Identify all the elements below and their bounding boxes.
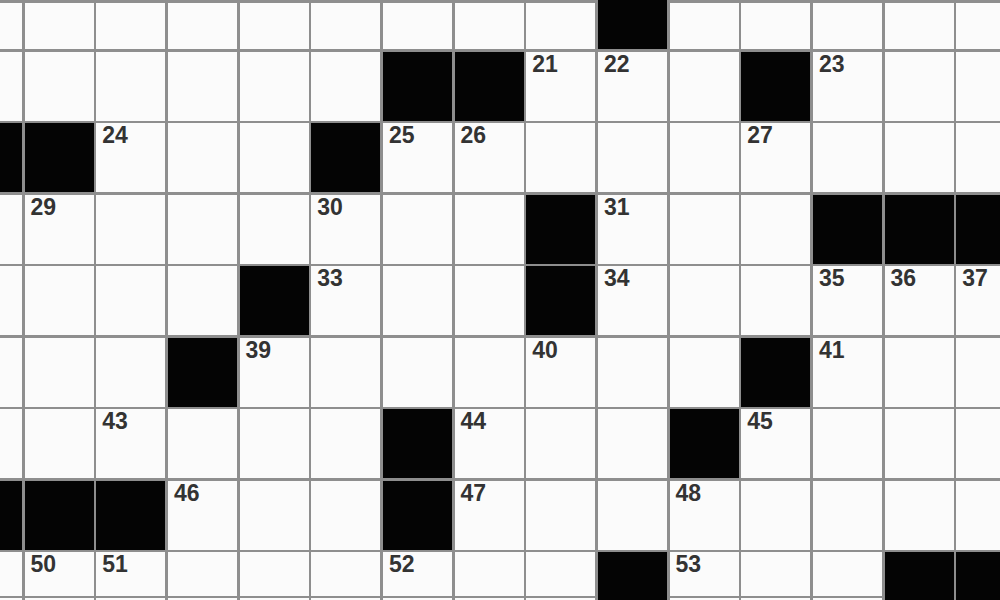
white-cell[interactable] bbox=[311, 52, 380, 121]
black-cell bbox=[455, 52, 524, 121]
clue-number: 33 bbox=[317, 267, 343, 290]
white-cell[interactable] bbox=[383, 0, 452, 49]
white-cell[interactable]: 27 bbox=[741, 123, 810, 192]
white-cell[interactable] bbox=[96, 52, 165, 121]
white-cell[interactable] bbox=[25, 266, 94, 335]
grid-line-vertical bbox=[309, 0, 312, 600]
white-cell[interactable]: 29 bbox=[25, 195, 94, 264]
white-cell[interactable]: 36 bbox=[885, 266, 954, 335]
white-cell[interactable] bbox=[885, 123, 954, 192]
crossword-grid: 2122232425262729303133343536373940414344… bbox=[0, 0, 1000, 600]
clue-number: 52 bbox=[389, 553, 415, 576]
grid-line-horizontal bbox=[0, 0, 1000, 3]
white-cell[interactable] bbox=[741, 195, 810, 264]
clue-number: 29 bbox=[31, 196, 57, 219]
white-cell[interactable] bbox=[956, 409, 1000, 478]
white-cell[interactable]: 33 bbox=[311, 266, 380, 335]
black-cell bbox=[741, 52, 810, 121]
white-cell[interactable]: 40 bbox=[526, 338, 595, 407]
grid-line-vertical bbox=[667, 0, 670, 600]
white-cell[interactable] bbox=[25, 409, 94, 478]
clue-number: 24 bbox=[102, 124, 128, 147]
black-cell bbox=[885, 195, 954, 264]
white-cell[interactable]: 34 bbox=[598, 266, 667, 335]
white-cell[interactable] bbox=[526, 0, 595, 49]
white-cell[interactable]: 23 bbox=[813, 52, 882, 121]
clue-number: 25 bbox=[389, 124, 415, 147]
white-cell[interactable] bbox=[885, 338, 954, 407]
white-cell[interactable] bbox=[0, 266, 22, 335]
white-cell[interactable] bbox=[240, 123, 309, 192]
black-cell bbox=[25, 481, 94, 550]
grid-line-vertical bbox=[595, 0, 598, 600]
black-cell bbox=[813, 195, 882, 264]
black-cell bbox=[670, 409, 739, 478]
white-cell[interactable] bbox=[240, 195, 309, 264]
white-cell[interactable] bbox=[813, 409, 882, 478]
clue-number: 41 bbox=[819, 339, 845, 362]
grid-line-horizontal bbox=[0, 121, 1000, 124]
white-cell[interactable]: 45 bbox=[741, 409, 810, 478]
grid-line-horizontal bbox=[0, 407, 1000, 410]
white-cell[interactable] bbox=[741, 266, 810, 335]
white-cell[interactable]: 46 bbox=[168, 481, 237, 550]
white-cell[interactable] bbox=[956, 338, 1000, 407]
clue-number: 35 bbox=[819, 267, 845, 290]
clue-number: 45 bbox=[747, 410, 773, 433]
clue-number: 34 bbox=[604, 267, 630, 290]
white-cell[interactable]: 50 bbox=[25, 552, 94, 600]
white-cell[interactable]: 51 bbox=[96, 552, 165, 600]
clue-number: 23 bbox=[819, 53, 845, 76]
clue-number: 30 bbox=[317, 196, 343, 219]
white-cell[interactable]: 41 bbox=[813, 338, 882, 407]
white-cell[interactable] bbox=[311, 0, 380, 49]
black-cell bbox=[0, 481, 22, 550]
white-cell[interactable] bbox=[885, 481, 954, 550]
white-cell[interactable] bbox=[25, 52, 94, 121]
white-cell[interactable] bbox=[168, 195, 237, 264]
white-cell[interactable] bbox=[168, 0, 237, 49]
grid-line-vertical bbox=[165, 0, 168, 600]
white-cell[interactable] bbox=[455, 0, 524, 49]
white-cell[interactable]: 31 bbox=[598, 195, 667, 264]
black-cell bbox=[383, 52, 452, 121]
black-cell bbox=[526, 266, 595, 335]
clue-number: 51 bbox=[102, 553, 128, 576]
clue-number: 31 bbox=[604, 196, 630, 219]
black-cell bbox=[956, 552, 1000, 600]
clue-number: 47 bbox=[461, 482, 487, 505]
white-cell[interactable]: 35 bbox=[813, 266, 882, 335]
white-cell[interactable]: 26 bbox=[455, 123, 524, 192]
white-cell[interactable] bbox=[168, 52, 237, 121]
clue-number: 40 bbox=[532, 339, 558, 362]
clue-number: 44 bbox=[461, 410, 487, 433]
white-cell[interactable] bbox=[885, 409, 954, 478]
black-cell bbox=[168, 338, 237, 407]
black-cell bbox=[383, 409, 452, 478]
black-cell bbox=[956, 195, 1000, 264]
white-cell[interactable] bbox=[0, 338, 22, 407]
clue-number: 36 bbox=[891, 267, 917, 290]
black-cell bbox=[25, 123, 94, 192]
white-cell[interactable]: 43 bbox=[96, 409, 165, 478]
white-cell[interactable] bbox=[598, 481, 667, 550]
white-cell[interactable] bbox=[168, 123, 237, 192]
black-cell bbox=[598, 552, 667, 600]
white-cell[interactable] bbox=[455, 338, 524, 407]
white-cell[interactable] bbox=[670, 266, 739, 335]
white-cell[interactable] bbox=[96, 266, 165, 335]
clue-number: 22 bbox=[604, 53, 630, 76]
black-cell bbox=[598, 0, 667, 49]
white-cell[interactable]: 24 bbox=[96, 123, 165, 192]
white-cell[interactable] bbox=[311, 409, 380, 478]
white-cell[interactable] bbox=[670, 338, 739, 407]
white-cell[interactable] bbox=[96, 195, 165, 264]
black-cell bbox=[885, 552, 954, 600]
white-cell[interactable] bbox=[598, 338, 667, 407]
white-cell[interactable]: 37 bbox=[956, 266, 1000, 335]
white-cell[interactable] bbox=[0, 195, 22, 264]
white-cell[interactable] bbox=[526, 123, 595, 192]
white-cell[interactable]: 22 bbox=[598, 52, 667, 121]
white-cell[interactable] bbox=[670, 195, 739, 264]
white-cell[interactable] bbox=[598, 409, 667, 478]
black-cell bbox=[741, 338, 810, 407]
white-cell[interactable] bbox=[956, 123, 1000, 192]
white-cell[interactable] bbox=[885, 0, 954, 49]
white-cell[interactable]: 52 bbox=[383, 552, 452, 600]
white-cell[interactable] bbox=[670, 123, 739, 192]
white-cell[interactable] bbox=[25, 0, 94, 49]
black-cell bbox=[0, 123, 22, 192]
clue-number: 50 bbox=[31, 553, 57, 576]
white-cell[interactable] bbox=[956, 52, 1000, 121]
white-cell[interactable] bbox=[240, 52, 309, 121]
white-cell[interactable]: 30 bbox=[311, 195, 380, 264]
white-cell[interactable]: 25 bbox=[383, 123, 452, 192]
white-cell[interactable] bbox=[168, 552, 237, 600]
white-cell[interactable] bbox=[383, 195, 452, 264]
white-cell[interactable] bbox=[455, 195, 524, 264]
white-cell[interactable] bbox=[885, 52, 954, 121]
black-cell bbox=[96, 481, 165, 550]
clue-number: 37 bbox=[962, 267, 988, 290]
grid-line-horizontal bbox=[0, 264, 1000, 267]
white-cell[interactable] bbox=[240, 0, 309, 49]
white-cell[interactable] bbox=[168, 409, 237, 478]
white-cell[interactable] bbox=[240, 552, 309, 600]
white-cell[interactable] bbox=[598, 123, 667, 192]
white-cell[interactable] bbox=[670, 0, 739, 49]
white-cell[interactable]: 48 bbox=[670, 481, 739, 550]
white-cell[interactable] bbox=[526, 409, 595, 478]
white-cell[interactable] bbox=[311, 338, 380, 407]
white-cell[interactable] bbox=[311, 552, 380, 600]
clue-number: 53 bbox=[676, 553, 702, 576]
clue-number: 26 bbox=[461, 124, 487, 147]
white-cell[interactable] bbox=[455, 266, 524, 335]
white-cell[interactable] bbox=[813, 0, 882, 49]
white-cell[interactable]: 53 bbox=[670, 552, 739, 600]
white-cell[interactable] bbox=[526, 481, 595, 550]
white-cell[interactable] bbox=[741, 0, 810, 49]
white-cell[interactable] bbox=[96, 338, 165, 407]
grid-line-vertical bbox=[954, 0, 957, 600]
white-cell[interactable] bbox=[311, 481, 380, 550]
grid-line-horizontal bbox=[0, 335, 1000, 338]
white-cell[interactable] bbox=[741, 481, 810, 550]
clue-number: 46 bbox=[174, 482, 200, 505]
white-cell[interactable]: 47 bbox=[455, 481, 524, 550]
white-cell[interactable] bbox=[0, 409, 22, 478]
white-cell[interactable] bbox=[0, 552, 22, 600]
white-cell[interactable]: 21 bbox=[526, 52, 595, 121]
white-cell[interactable] bbox=[0, 52, 22, 121]
clue-number: 21 bbox=[532, 53, 558, 76]
white-cell[interactable] bbox=[25, 338, 94, 407]
white-cell[interactable] bbox=[383, 338, 452, 407]
white-cell[interactable]: 39 bbox=[240, 338, 309, 407]
black-cell bbox=[383, 481, 452, 550]
white-cell[interactable] bbox=[741, 552, 810, 600]
white-cell[interactable] bbox=[240, 481, 309, 550]
white-cell[interactable]: 44 bbox=[455, 409, 524, 478]
white-cell[interactable] bbox=[455, 552, 524, 600]
white-cell[interactable] bbox=[670, 52, 739, 121]
grid-line-horizontal bbox=[0, 550, 1000, 553]
white-cell[interactable] bbox=[813, 552, 882, 600]
white-cell[interactable] bbox=[0, 0, 22, 49]
clue-number: 39 bbox=[246, 339, 272, 362]
grid-line-vertical bbox=[810, 0, 813, 600]
white-cell[interactable] bbox=[526, 552, 595, 600]
clue-number: 48 bbox=[676, 482, 702, 505]
black-cell bbox=[311, 123, 380, 192]
white-cell[interactable] bbox=[383, 266, 452, 335]
white-cell[interactable] bbox=[813, 123, 882, 192]
white-cell[interactable] bbox=[956, 0, 1000, 49]
white-cell[interactable] bbox=[96, 0, 165, 49]
white-cell[interactable] bbox=[813, 481, 882, 550]
grid-line-horizontal bbox=[0, 596, 1000, 599]
black-cell bbox=[240, 266, 309, 335]
white-cell[interactable] bbox=[168, 266, 237, 335]
grid-line-vertical bbox=[882, 0, 885, 600]
black-cell bbox=[526, 195, 595, 264]
clue-number: 43 bbox=[102, 410, 128, 433]
clue-number: 27 bbox=[747, 124, 773, 147]
white-cell[interactable] bbox=[240, 409, 309, 478]
white-cell[interactable] bbox=[956, 481, 1000, 550]
